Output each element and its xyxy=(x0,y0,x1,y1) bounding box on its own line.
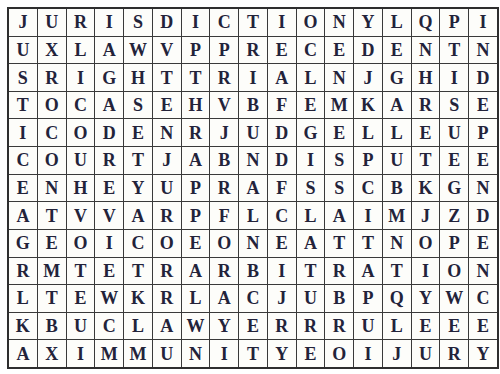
grid-cell-r7c11[interactable]: S xyxy=(297,175,325,202)
grid-cell-r8c14[interactable]: M xyxy=(383,202,411,229)
grid-cell-r9c7[interactable]: E xyxy=(182,230,210,257)
grid-cell-r13c7[interactable]: N xyxy=(182,340,210,367)
grid-cell-r5c10[interactable]: D xyxy=(268,119,296,146)
grid-cell-r13c16[interactable]: R xyxy=(440,340,468,367)
grid-cell-r2c5[interactable]: W xyxy=(124,37,152,64)
grid-cell-r2c3[interactable]: L xyxy=(67,37,95,64)
grid-cell-r10c4[interactable]: E xyxy=(95,258,123,285)
grid-cell-r3c17[interactable]: D xyxy=(469,64,497,91)
grid-cell-r4c12[interactable]: M xyxy=(325,92,353,119)
grid-cell-r1c6[interactable]: D xyxy=(153,9,181,36)
grid-cell-r13c2[interactable]: X xyxy=(38,340,66,367)
grid-cell-r11c9[interactable]: C xyxy=(239,285,267,312)
grid-cell-r10c2[interactable]: M xyxy=(38,258,66,285)
grid-cell-r2c6[interactable]: V xyxy=(153,37,181,64)
grid-cell-r10c12[interactable]: R xyxy=(325,258,353,285)
grid-cell-r3c2[interactable]: R xyxy=(38,64,66,91)
grid-cell-r1c11[interactable]: O xyxy=(297,9,325,36)
grid-cell-r4c3[interactable]: C xyxy=(67,92,95,119)
grid-cell-r1c3[interactable]: R xyxy=(67,9,95,36)
grid-cell-r6c3[interactable]: U xyxy=(67,147,95,174)
word-search-board: JURISDICTIONYLQPIUXLAWVPPRECEDENTNSRIGHT… xyxy=(7,7,499,369)
grid-cell-r1c7[interactable]: I xyxy=(182,9,210,36)
grid-cell-r3c7[interactable]: T xyxy=(182,64,210,91)
grid-cell-r4c15[interactable]: R xyxy=(412,92,440,119)
grid-cell-r1c9[interactable]: T xyxy=(239,9,267,36)
grid-cell-r8c9[interactable]: L xyxy=(239,202,267,229)
grid-cell-r4c8[interactable]: V xyxy=(210,92,238,119)
grid-cell-r8c7[interactable]: P xyxy=(182,202,210,229)
grid-cell-r13c6[interactable]: U xyxy=(153,340,181,367)
grid-cell-r5c9[interactable]: U xyxy=(239,119,267,146)
grid-cell-r4c17[interactable]: E xyxy=(469,92,497,119)
grid-cell-r3c16[interactable]: I xyxy=(440,64,468,91)
grid-cell-r2c13[interactable]: D xyxy=(354,37,382,64)
grid-cell-r2c10[interactable]: E xyxy=(268,37,296,64)
grid-cell-r11c1[interactable]: L xyxy=(9,285,37,312)
grid-cell-r12c16[interactable]: E xyxy=(440,313,468,340)
grid-cell-r4c4[interactable]: A xyxy=(95,92,123,119)
grid-cell-r13c4[interactable]: M xyxy=(95,340,123,367)
grid-cell-r13c8[interactable]: I xyxy=(210,340,238,367)
grid-cell-r10c10[interactable]: I xyxy=(268,258,296,285)
grid-cell-r5c7[interactable]: R xyxy=(182,119,210,146)
grid-cell-r2c14[interactable]: E xyxy=(383,37,411,64)
grid-cell-r4c6[interactable]: E xyxy=(153,92,181,119)
grid-cell-r7c14[interactable]: B xyxy=(383,175,411,202)
grid-cell-r10c16[interactable]: O xyxy=(440,258,468,285)
grid-cell-r10c11[interactable]: T xyxy=(297,258,325,285)
grid-cell-r13c17[interactable]: Y xyxy=(469,340,497,367)
grid-cell-r6c7[interactable]: A xyxy=(182,147,210,174)
grid-cell-r9c3[interactable]: O xyxy=(67,230,95,257)
grid-cell-r4c11[interactable]: E xyxy=(297,92,325,119)
grid-cell-r8c2[interactable]: T xyxy=(38,202,66,229)
grid-cell-r10c8[interactable]: R xyxy=(210,258,238,285)
grid-cell-r13c9[interactable]: T xyxy=(239,340,267,367)
grid-cell-r12c8[interactable]: Y xyxy=(210,313,238,340)
grid-cell-r8c8[interactable]: F xyxy=(210,202,238,229)
grid-cell-r11c3[interactable]: E xyxy=(67,285,95,312)
grid-cell-r9c8[interactable]: O xyxy=(210,230,238,257)
grid-cell-r1c10[interactable]: I xyxy=(268,9,296,36)
grid-cell-r2c4[interactable]: A xyxy=(95,37,123,64)
grid-cell-r10c15[interactable]: I xyxy=(412,258,440,285)
grid-cell-r8c3[interactable]: V xyxy=(67,202,95,229)
grid-cell-r6c9[interactable]: N xyxy=(239,147,267,174)
grid-cell-r11c12[interactable]: B xyxy=(325,285,353,312)
grid-cell-r12c5[interactable]: L xyxy=(124,313,152,340)
grid-cell-r8c1[interactable]: A xyxy=(9,202,37,229)
grid-cell-r11c10[interactable]: J xyxy=(268,285,296,312)
grid-cell-r7c12[interactable]: S xyxy=(325,175,353,202)
grid-cell-r7c5[interactable]: Y xyxy=(124,175,152,202)
grid-cell-r10c6[interactable]: R xyxy=(153,258,181,285)
grid-cell-r6c17[interactable]: E xyxy=(469,147,497,174)
grid-cell-r10c13[interactable]: A xyxy=(354,258,382,285)
grid-cell-r8c10[interactable]: C xyxy=(268,202,296,229)
grid-cell-r6c2[interactable]: O xyxy=(38,147,66,174)
grid-cell-r5c1[interactable]: I xyxy=(9,119,37,146)
grid-cell-r7c13[interactable]: C xyxy=(354,175,382,202)
grid-cell-r10c1[interactable]: R xyxy=(9,258,37,285)
grid-cell-r11c2[interactable]: T xyxy=(38,285,66,312)
grid-cell-r7c4[interactable]: E xyxy=(95,175,123,202)
grid-cell-r2c16[interactable]: T xyxy=(440,37,468,64)
grid-cell-r11c15[interactable]: Y xyxy=(412,285,440,312)
grid-cell-r11c17[interactable]: C xyxy=(469,285,497,312)
grid-cell-r13c3[interactable]: I xyxy=(67,340,95,367)
grid-cell-r8c11[interactable]: L xyxy=(297,202,325,229)
grid-cell-r5c13[interactable]: L xyxy=(354,119,382,146)
grid-cell-r8c4[interactable]: V xyxy=(95,202,123,229)
grid-cell-r5c15[interactable]: E xyxy=(412,119,440,146)
grid-cell-r6c16[interactable]: E xyxy=(440,147,468,174)
grid-cell-r9c11[interactable]: A xyxy=(297,230,325,257)
grid-cell-r11c7[interactable]: L xyxy=(182,285,210,312)
grid-cell-r13c11[interactable]: E xyxy=(297,340,325,367)
grid-cell-r7c15[interactable]: K xyxy=(412,175,440,202)
grid-cell-r1c15[interactable]: Q xyxy=(412,9,440,36)
grid-cell-r9c14[interactable]: N xyxy=(383,230,411,257)
grid-cell-r6c8[interactable]: B xyxy=(210,147,238,174)
grid-cell-r9c16[interactable]: P xyxy=(440,230,468,257)
grid-cell-r6c13[interactable]: P xyxy=(354,147,382,174)
grid-cell-r7c9[interactable]: A xyxy=(239,175,267,202)
grid-cell-r5c11[interactable]: G xyxy=(297,119,325,146)
grid-cell-r13c1[interactable]: A xyxy=(9,340,37,367)
grid-cell-r11c8[interactable]: A xyxy=(210,285,238,312)
grid-cell-r4c13[interactable]: K xyxy=(354,92,382,119)
grid-cell-r3c12[interactable]: N xyxy=(325,64,353,91)
grid-cell-r12c14[interactable]: L xyxy=(383,313,411,340)
grid-cell-r2c1[interactable]: U xyxy=(9,37,37,64)
grid-cell-r7c6[interactable]: U xyxy=(153,175,181,202)
grid-cell-r4c1[interactable]: T xyxy=(9,92,37,119)
grid-cell-r2c17[interactable]: N xyxy=(469,37,497,64)
grid-cell-r3c13[interactable]: J xyxy=(354,64,382,91)
grid-cell-r11c13[interactable]: P xyxy=(354,285,382,312)
grid-cell-r11c4[interactable]: W xyxy=(95,285,123,312)
grid-cell-r13c12[interactable]: O xyxy=(325,340,353,367)
grid-cell-r3c4[interactable]: G xyxy=(95,64,123,91)
grid-cell-r1c5[interactable]: S xyxy=(124,9,152,36)
grid-cell-r3c9[interactable]: I xyxy=(239,64,267,91)
grid-cell-r7c17[interactable]: N xyxy=(469,175,497,202)
grid-cell-r5c8[interactable]: J xyxy=(210,119,238,146)
grid-cell-r5c17[interactable]: P xyxy=(469,119,497,146)
grid-cell-r3c10[interactable]: A xyxy=(268,64,296,91)
grid-cell-r9c13[interactable]: T xyxy=(354,230,382,257)
grid-cell-r11c16[interactable]: W xyxy=(440,285,468,312)
grid-cell-r8c16[interactable]: Z xyxy=(440,202,468,229)
grid-cell-r6c12[interactable]: S xyxy=(325,147,353,174)
grid-cell-r12c4[interactable]: C xyxy=(95,313,123,340)
grid-cell-r12c7[interactable]: W xyxy=(182,313,210,340)
grid-cell-r2c15[interactable]: N xyxy=(412,37,440,64)
grid-cell-r5c14[interactable]: L xyxy=(383,119,411,146)
grid-cell-r9c4[interactable]: I xyxy=(95,230,123,257)
grid-cell-r12c15[interactable]: E xyxy=(412,313,440,340)
grid-cell-r4c16[interactable]: S xyxy=(440,92,468,119)
grid-cell-r11c6[interactable]: R xyxy=(153,285,181,312)
word-search-page: JURISDICTIONYLQPIUXLAWVPPRECEDENTNSRIGHT… xyxy=(0,0,500,374)
grid-cell-r4c14[interactable]: A xyxy=(383,92,411,119)
grid-cell-r9c9[interactable]: N xyxy=(239,230,267,257)
grid-cell-r11c5[interactable]: K xyxy=(124,285,152,312)
grid-cell-r1c13[interactable]: Y xyxy=(354,9,382,36)
grid-cell-r12c13[interactable]: U xyxy=(354,313,382,340)
grid-cell-r2c11[interactable]: C xyxy=(297,37,325,64)
grid-cell-r6c4[interactable]: R xyxy=(95,147,123,174)
grid-cell-r5c12[interactable]: E xyxy=(325,119,353,146)
grid-cell-r2c7[interactable]: P xyxy=(182,37,210,64)
grid-cell-r4c5[interactable]: S xyxy=(124,92,152,119)
grid-cell-r8c13[interactable]: I xyxy=(354,202,382,229)
grid-cell-r7c1[interactable]: E xyxy=(9,175,37,202)
grid-cell-r9c1[interactable]: G xyxy=(9,230,37,257)
grid-cell-r12c12[interactable]: R xyxy=(325,313,353,340)
grid-cell-r12c1[interactable]: K xyxy=(9,313,37,340)
grid-cell-r9c5[interactable]: C xyxy=(124,230,152,257)
grid-cell-r5c4[interactable]: D xyxy=(95,119,123,146)
grid-cell-r1c16[interactable]: P xyxy=(440,9,468,36)
grid-cell-r12c6[interactable]: A xyxy=(153,313,181,340)
grid-cell-r9c6[interactable]: O xyxy=(153,230,181,257)
grid-cell-r3c15[interactable]: H xyxy=(412,64,440,91)
grid-cell-r6c15[interactable]: T xyxy=(412,147,440,174)
grid-cell-r7c8[interactable]: R xyxy=(210,175,238,202)
grid-cell-r4c7[interactable]: H xyxy=(182,92,210,119)
grid-cell-r7c2[interactable]: N xyxy=(38,175,66,202)
grid-cell-r9c12[interactable]: T xyxy=(325,230,353,257)
grid-cell-r12c11[interactable]: R xyxy=(297,313,325,340)
grid-cell-r13c13[interactable]: I xyxy=(354,340,382,367)
grid-cell-r2c8[interactable]: P xyxy=(210,37,238,64)
grid-cell-r7c16[interactable]: G xyxy=(440,175,468,202)
grid-cell-r12c9[interactable]: E xyxy=(239,313,267,340)
grid-cell-r13c14[interactable]: J xyxy=(383,340,411,367)
grid-cell-r5c2[interactable]: C xyxy=(38,119,66,146)
grid-cell-r10c7[interactable]: A xyxy=(182,258,210,285)
grid-cell-r1c17[interactable]: I xyxy=(469,9,497,36)
grid-cell-r9c17[interactable]: E xyxy=(469,230,497,257)
grid-cell-r1c2[interactable]: U xyxy=(38,9,66,36)
grid-cell-r8c15[interactable]: J xyxy=(412,202,440,229)
grid-cell-r12c10[interactable]: R xyxy=(268,313,296,340)
grid-cell-r4c2[interactable]: O xyxy=(38,92,66,119)
grid-cell-r13c10[interactable]: Y xyxy=(268,340,296,367)
grid-cell-r8c6[interactable]: R xyxy=(153,202,181,229)
grid-cell-r12c17[interactable]: E xyxy=(469,313,497,340)
grid-cell-r3c5[interactable]: H xyxy=(124,64,152,91)
grid-cell-r2c2[interactable]: X xyxy=(38,37,66,64)
grid-cell-r3c3[interactable]: I xyxy=(67,64,95,91)
grid-cell-r10c17[interactable]: N xyxy=(469,258,497,285)
grid-cell-r12c3[interactable]: U xyxy=(67,313,95,340)
grid-cell-r2c12[interactable]: E xyxy=(325,37,353,64)
grid-cell-r8c17[interactable]: D xyxy=(469,202,497,229)
grid-cell-r6c11[interactable]: I xyxy=(297,147,325,174)
grid-cell-r10c5[interactable]: T xyxy=(124,258,152,285)
grid-cell-r6c6[interactable]: J xyxy=(153,147,181,174)
grid-cell-r1c4[interactable]: I xyxy=(95,9,123,36)
grid-cell-r13c5[interactable]: M xyxy=(124,340,152,367)
grid-cell-r9c2[interactable]: E xyxy=(38,230,66,257)
grid-cell-r10c3[interactable]: T xyxy=(67,258,95,285)
grid-cell-r10c9[interactable]: B xyxy=(239,258,267,285)
grid-cell-r9c15[interactable]: O xyxy=(412,230,440,257)
grid-cell-r10c14[interactable]: T xyxy=(383,258,411,285)
grid-cell-r1c8[interactable]: C xyxy=(210,9,238,36)
grid-cell-r7c10[interactable]: F xyxy=(268,175,296,202)
grid-cell-r7c3[interactable]: H xyxy=(67,175,95,202)
grid-cell-r3c11[interactable]: L xyxy=(297,64,325,91)
grid-cell-r3c6[interactable]: T xyxy=(153,64,181,91)
grid-cell-r12c2[interactable]: B xyxy=(38,313,66,340)
grid-cell-r6c10[interactable]: D xyxy=(268,147,296,174)
grid-cell-r6c14[interactable]: U xyxy=(383,147,411,174)
grid-cell-r5c16[interactable]: U xyxy=(440,119,468,146)
grid-cell-r4c10[interactable]: F xyxy=(268,92,296,119)
grid-cell-r8c12[interactable]: A xyxy=(325,202,353,229)
grid-cell-r4c9[interactable]: B xyxy=(239,92,267,119)
grid-cell-r6c1[interactable]: C xyxy=(9,147,37,174)
grid-cell-r1c14[interactable]: L xyxy=(383,9,411,36)
grid-cell-r13c15[interactable]: U xyxy=(412,340,440,367)
grid-cell-r1c1[interactable]: J xyxy=(9,9,37,36)
grid-cell-r5c3[interactable]: O xyxy=(67,119,95,146)
grid-cell-r2c9[interactable]: R xyxy=(239,37,267,64)
grid-cell-r5c5[interactable]: E xyxy=(124,119,152,146)
grid-cell-r8c5[interactable]: A xyxy=(124,202,152,229)
grid-cell-r9c10[interactable]: E xyxy=(268,230,296,257)
grid-cell-r1c12[interactable]: N xyxy=(325,9,353,36)
grid-cell-r5c6[interactable]: N xyxy=(153,119,181,146)
grid-cell-r3c8[interactable]: R xyxy=(210,64,238,91)
grid-cell-r3c1[interactable]: S xyxy=(9,64,37,91)
grid-cell-r6c5[interactable]: T xyxy=(124,147,152,174)
grid-cell-r11c14[interactable]: Q xyxy=(383,285,411,312)
grid-cell-r3c14[interactable]: G xyxy=(383,64,411,91)
grid-cell-r11c11[interactable]: U xyxy=(297,285,325,312)
grid-cell-r7c7[interactable]: P xyxy=(182,175,210,202)
